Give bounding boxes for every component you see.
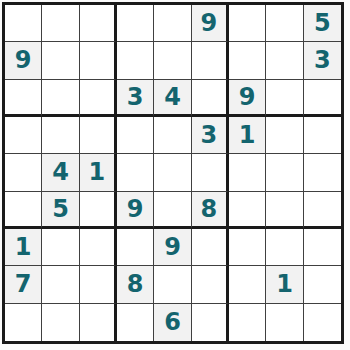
cell-r5c6[interactable] bbox=[192, 154, 229, 191]
cell-r9c7[interactable] bbox=[229, 304, 266, 341]
cell-r9c9[interactable] bbox=[304, 304, 341, 341]
cell-r6c5[interactable] bbox=[154, 192, 191, 229]
cell-r4c3[interactable] bbox=[80, 117, 117, 154]
cell-r5c7[interactable] bbox=[229, 154, 266, 191]
cell-r8c6[interactable] bbox=[192, 266, 229, 303]
cell-r1c7[interactable] bbox=[229, 5, 266, 42]
cell-r6c6[interactable]: 8 bbox=[192, 192, 229, 229]
cell-r7c5[interactable]: 9 bbox=[154, 229, 191, 266]
cell-r2c4[interactable] bbox=[117, 42, 154, 79]
cell-r1c2[interactable] bbox=[42, 5, 79, 42]
cell-r1c6[interactable]: 9 bbox=[192, 5, 229, 42]
cell-r8c3[interactable] bbox=[80, 266, 117, 303]
cell-r6c1[interactable] bbox=[5, 192, 42, 229]
cell-r4c4[interactable] bbox=[117, 117, 154, 154]
cell-r6c8[interactable] bbox=[266, 192, 303, 229]
cell-r3c1[interactable] bbox=[5, 80, 42, 117]
cell-r2c2[interactable] bbox=[42, 42, 79, 79]
cell-r1c5[interactable] bbox=[154, 5, 191, 42]
cell-r5c5[interactable] bbox=[154, 154, 191, 191]
cell-r4c1[interactable] bbox=[5, 117, 42, 154]
cell-r4c6[interactable]: 3 bbox=[192, 117, 229, 154]
cell-r6c4[interactable]: 9 bbox=[117, 192, 154, 229]
cell-r1c3[interactable] bbox=[80, 5, 117, 42]
cell-r7c3[interactable] bbox=[80, 229, 117, 266]
cell-r4c7[interactable]: 1 bbox=[229, 117, 266, 154]
cell-r8c9[interactable] bbox=[304, 266, 341, 303]
cell-r1c4[interactable] bbox=[117, 5, 154, 42]
cell-r4c8[interactable] bbox=[266, 117, 303, 154]
cell-r5c2[interactable]: 4 bbox=[42, 154, 79, 191]
cell-r8c8[interactable]: 1 bbox=[266, 266, 303, 303]
cell-r6c3[interactable] bbox=[80, 192, 117, 229]
cell-r2c6[interactable] bbox=[192, 42, 229, 79]
cell-r2c7[interactable] bbox=[229, 42, 266, 79]
cell-r9c8[interactable] bbox=[266, 304, 303, 341]
cell-r7c8[interactable] bbox=[266, 229, 303, 266]
cell-r6c9[interactable] bbox=[304, 192, 341, 229]
cell-r8c4[interactable]: 8 bbox=[117, 266, 154, 303]
cell-r3c9[interactable] bbox=[304, 80, 341, 117]
cell-r1c8[interactable] bbox=[266, 5, 303, 42]
cell-r7c6[interactable] bbox=[192, 229, 229, 266]
cell-r4c5[interactable] bbox=[154, 117, 191, 154]
cell-r6c7[interactable] bbox=[229, 192, 266, 229]
cell-r5c4[interactable] bbox=[117, 154, 154, 191]
cell-r3c5[interactable]: 4 bbox=[154, 80, 191, 117]
cell-r5c8[interactable] bbox=[266, 154, 303, 191]
cell-r3c7[interactable]: 9 bbox=[229, 80, 266, 117]
cell-r3c2[interactable] bbox=[42, 80, 79, 117]
cell-r8c5[interactable] bbox=[154, 266, 191, 303]
cell-r8c2[interactable] bbox=[42, 266, 79, 303]
cell-r2c8[interactable] bbox=[266, 42, 303, 79]
cell-r3c4[interactable]: 3 bbox=[117, 80, 154, 117]
cell-r2c3[interactable] bbox=[80, 42, 117, 79]
cell-r9c5[interactable]: 6 bbox=[154, 304, 191, 341]
cell-r2c9[interactable]: 3 bbox=[304, 42, 341, 79]
cell-r1c9[interactable]: 5 bbox=[304, 5, 341, 42]
cell-r3c3[interactable] bbox=[80, 80, 117, 117]
cell-r7c4[interactable] bbox=[117, 229, 154, 266]
cell-r3c6[interactable] bbox=[192, 80, 229, 117]
cell-r5c1[interactable] bbox=[5, 154, 42, 191]
cell-r9c4[interactable] bbox=[117, 304, 154, 341]
cell-r3c8[interactable] bbox=[266, 80, 303, 117]
cell-r9c3[interactable] bbox=[80, 304, 117, 341]
cell-r2c1[interactable]: 9 bbox=[5, 42, 42, 79]
cell-r8c7[interactable] bbox=[229, 266, 266, 303]
sudoku-board-wrap: 95933493141598197816 bbox=[2, 2, 344, 344]
cell-r9c2[interactable] bbox=[42, 304, 79, 341]
cell-r9c1[interactable] bbox=[5, 304, 42, 341]
cell-r6c2[interactable]: 5 bbox=[42, 192, 79, 229]
cell-r5c9[interactable] bbox=[304, 154, 341, 191]
cell-r4c2[interactable] bbox=[42, 117, 79, 154]
cell-r4c9[interactable] bbox=[304, 117, 341, 154]
cell-r7c2[interactable] bbox=[42, 229, 79, 266]
cell-r1c1[interactable] bbox=[5, 5, 42, 42]
cell-r5c3[interactable]: 1 bbox=[80, 154, 117, 191]
cell-r9c6[interactable] bbox=[192, 304, 229, 341]
cell-r7c7[interactable] bbox=[229, 229, 266, 266]
sudoku-board: 95933493141598197816 bbox=[2, 2, 344, 344]
cell-r7c1[interactable]: 1 bbox=[5, 229, 42, 266]
cell-r2c5[interactable] bbox=[154, 42, 191, 79]
cell-r8c1[interactable]: 7 bbox=[5, 266, 42, 303]
cell-r7c9[interactable] bbox=[304, 229, 341, 266]
